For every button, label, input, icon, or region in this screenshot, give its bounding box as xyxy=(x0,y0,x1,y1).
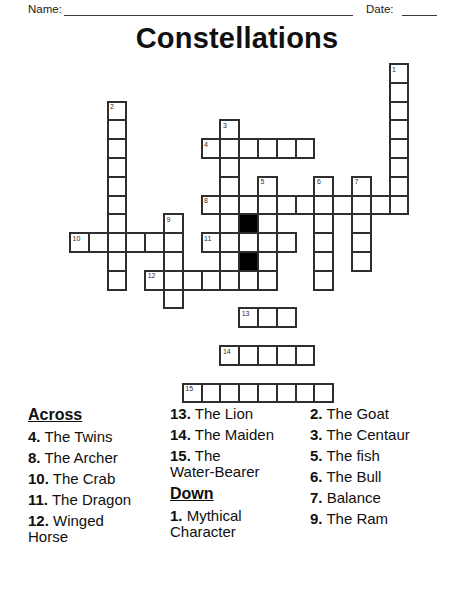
clue-6: 6. The Bull xyxy=(310,469,470,485)
grid-cell[interactable] xyxy=(257,251,278,272)
black-cell xyxy=(238,213,259,234)
grid-cell[interactable] xyxy=(182,270,203,291)
grid-cell[interactable] xyxy=(219,195,240,216)
clue-number-label: 14. xyxy=(170,426,191,443)
grid-cell[interactable]: 12 xyxy=(144,270,165,291)
clue-column-2: 13. The Lion14. The Maiden15. The Water-… xyxy=(170,406,302,545)
grid-cell[interactable] xyxy=(219,383,240,404)
clue-number-label: 1. xyxy=(170,507,183,524)
clue-11: 11. The Dragon xyxy=(28,492,148,508)
clue-2: 2. The Goat xyxy=(310,406,470,422)
grid-cell[interactable] xyxy=(107,119,128,140)
date-label: Date: xyxy=(366,3,394,15)
clue-number: 2 xyxy=(110,103,114,110)
grid-cell[interactable] xyxy=(125,232,146,253)
grid-cell[interactable] xyxy=(276,307,297,328)
clue-7: 7. Balance xyxy=(310,490,470,506)
grid-cell[interactable] xyxy=(257,307,278,328)
grid-cell[interactable] xyxy=(257,270,278,291)
clue-number-label: 13. xyxy=(170,405,191,422)
clue-number: 10 xyxy=(73,235,81,242)
grid-cell[interactable]: 13 xyxy=(238,307,259,328)
grid-cell[interactable]: 15 xyxy=(182,383,203,404)
clue-number-label: 7. xyxy=(310,489,323,506)
grid-cell[interactable]: 6 xyxy=(313,176,334,197)
grid-cell[interactable] xyxy=(107,138,128,159)
grid-cell[interactable] xyxy=(219,213,240,234)
grid-cell[interactable] xyxy=(219,270,240,291)
clue-number-label: 10. xyxy=(28,470,49,487)
clue-number-label: 4. xyxy=(28,428,41,445)
grid-cell[interactable] xyxy=(238,232,259,253)
grid-cell[interactable] xyxy=(88,232,109,253)
clue-14: 14. The Maiden xyxy=(170,427,302,443)
clue-number-label: 8. xyxy=(28,449,41,466)
clue-number-label: 6. xyxy=(310,468,323,485)
grid-cell[interactable] xyxy=(351,232,372,253)
grid-cell[interactable] xyxy=(163,270,184,291)
clue-5: 5. The fish xyxy=(310,448,470,464)
clue-4: 4. The Twins xyxy=(28,429,148,445)
worksheet-page: Name: Date: Constellations 1234567891011… xyxy=(0,0,474,613)
clue-number-label: 9. xyxy=(310,510,323,527)
name-label: Name: xyxy=(28,3,62,15)
grid-cell[interactable] xyxy=(238,195,259,216)
grid-cell[interactable] xyxy=(389,101,410,122)
page-title: Constellations xyxy=(0,22,474,55)
clue-number: 12 xyxy=(148,272,156,279)
grid-cell[interactable] xyxy=(219,176,240,197)
grid-cell[interactable] xyxy=(276,195,297,216)
grid-cell[interactable] xyxy=(257,213,278,234)
grid-cell[interactable] xyxy=(257,232,278,253)
grid-cell[interactable] xyxy=(107,213,128,234)
grid-cell[interactable] xyxy=(389,82,410,103)
down-header: Down xyxy=(170,485,302,503)
clue-number: 13 xyxy=(242,310,250,317)
grid-cell[interactable] xyxy=(107,176,128,197)
grid-cell[interactable] xyxy=(276,232,297,253)
grid-cell[interactable]: 5 xyxy=(257,176,278,197)
grid-cell[interactable] xyxy=(389,195,410,216)
grid-cell[interactable] xyxy=(389,176,410,197)
clue-number: 7 xyxy=(355,178,359,185)
grid-cell[interactable] xyxy=(219,138,240,159)
grid-cell[interactable] xyxy=(201,383,222,404)
grid-cell[interactable] xyxy=(295,383,316,404)
clue-number: 8 xyxy=(204,197,208,204)
date-line[interactable] xyxy=(402,15,437,16)
clue-number: 1 xyxy=(392,66,396,73)
grid-cell[interactable] xyxy=(219,251,240,272)
grid-cell[interactable]: 2 xyxy=(107,101,128,122)
grid-cell[interactable] xyxy=(351,213,372,234)
crossword-grid: 123456789101112131415 xyxy=(69,63,411,405)
clue-number-label: 11. xyxy=(28,491,48,508)
clue-9: 9. The Ram xyxy=(310,511,470,527)
grid-cell[interactable] xyxy=(201,270,222,291)
grid-cell[interactable] xyxy=(389,119,410,140)
grid-cell[interactable]: 10 xyxy=(69,232,90,253)
grid-cell[interactable] xyxy=(107,195,128,216)
grid-cell[interactable] xyxy=(313,213,334,234)
grid-cell[interactable] xyxy=(332,195,353,216)
grid-cell[interactable] xyxy=(276,345,297,366)
clue-number: 6 xyxy=(317,178,321,185)
clue-number-label: 5. xyxy=(310,447,323,464)
grid-cell[interactable] xyxy=(276,383,297,404)
grid-cell[interactable] xyxy=(238,270,259,291)
grid-cell[interactable]: 14 xyxy=(219,345,240,366)
grid-cell[interactable] xyxy=(351,251,372,272)
grid-cell[interactable] xyxy=(351,195,372,216)
grid-cell[interactable] xyxy=(313,195,334,216)
clue-number: 5 xyxy=(261,178,265,185)
grid-cell[interactable]: 7 xyxy=(351,176,372,197)
clue-column-1: Across4. The Twins8. The Archer10. The C… xyxy=(28,406,148,550)
clue-15: 15. The Water-Bearer xyxy=(170,448,302,480)
grid-cell[interactable] xyxy=(257,383,278,404)
clue-12: 12. Winged Horse xyxy=(28,513,148,545)
grid-cell[interactable]: 8 xyxy=(201,195,222,216)
grid-cell[interactable] xyxy=(313,383,334,404)
grid-cell[interactable] xyxy=(107,232,128,253)
clue-number: 4 xyxy=(204,141,208,148)
grid-cell[interactable] xyxy=(295,345,316,366)
grid-cell[interactable] xyxy=(163,251,184,272)
grid-cell[interactable] xyxy=(276,138,297,159)
clue-number-label: 2. xyxy=(310,405,323,422)
grid-cell[interactable]: 3 xyxy=(219,119,240,140)
clue-1: 1. Mythical Character xyxy=(170,508,302,540)
clue-number: 11 xyxy=(204,235,211,242)
grid-cell[interactable] xyxy=(389,138,410,159)
grid-cell[interactable] xyxy=(238,138,259,159)
clue-number-label: 15. xyxy=(170,447,191,464)
grid-cell[interactable] xyxy=(163,289,184,310)
clue-number: 15 xyxy=(185,385,193,392)
clue-number-label: 12. xyxy=(28,512,49,529)
grid-cell[interactable]: 11 xyxy=(201,232,222,253)
grid-cell[interactable]: 1 xyxy=(389,63,410,84)
clue-number: 3 xyxy=(223,122,227,129)
grid-cell[interactable] xyxy=(295,138,316,159)
clue-3: 3. The Centaur xyxy=(310,427,470,443)
grid-cell[interactable] xyxy=(107,157,128,178)
clue-number: 14 xyxy=(223,348,231,355)
grid-cell[interactable] xyxy=(257,345,278,366)
grid-cell[interactable] xyxy=(107,270,128,291)
clue-13: 13. The Lion xyxy=(170,406,302,422)
clue-column-3: 2. The Goat3. The Centaur5. The fish6. T… xyxy=(310,406,470,532)
grid-cell[interactable] xyxy=(295,195,316,216)
grid-cell[interactable] xyxy=(219,157,240,178)
grid-cell[interactable] xyxy=(313,270,334,291)
grid-cell[interactable] xyxy=(389,157,410,178)
grid-cell[interactable] xyxy=(144,232,165,253)
clue-8: 8. The Archer xyxy=(28,450,148,466)
grid-cell[interactable] xyxy=(313,251,334,272)
black-cell xyxy=(238,251,259,272)
grid-cell[interactable] xyxy=(257,195,278,216)
grid-cell[interactable]: 9 xyxy=(163,213,184,234)
grid-cell[interactable] xyxy=(257,138,278,159)
grid-cell[interactable] xyxy=(238,345,259,366)
grid-cell[interactable] xyxy=(163,232,184,253)
clue-number-label: 3. xyxy=(310,426,323,443)
name-line[interactable] xyxy=(64,15,353,16)
grid-cell[interactable] xyxy=(219,232,240,253)
clue-number: 9 xyxy=(167,216,171,223)
grid-cell[interactable] xyxy=(238,383,259,404)
grid-cell[interactable] xyxy=(107,251,128,272)
grid-cell[interactable]: 4 xyxy=(201,138,222,159)
clue-10: 10. The Crab xyxy=(28,471,148,487)
grid-cell[interactable] xyxy=(313,232,334,253)
grid-cell[interactable] xyxy=(370,195,391,216)
across-header: Across xyxy=(28,406,148,424)
